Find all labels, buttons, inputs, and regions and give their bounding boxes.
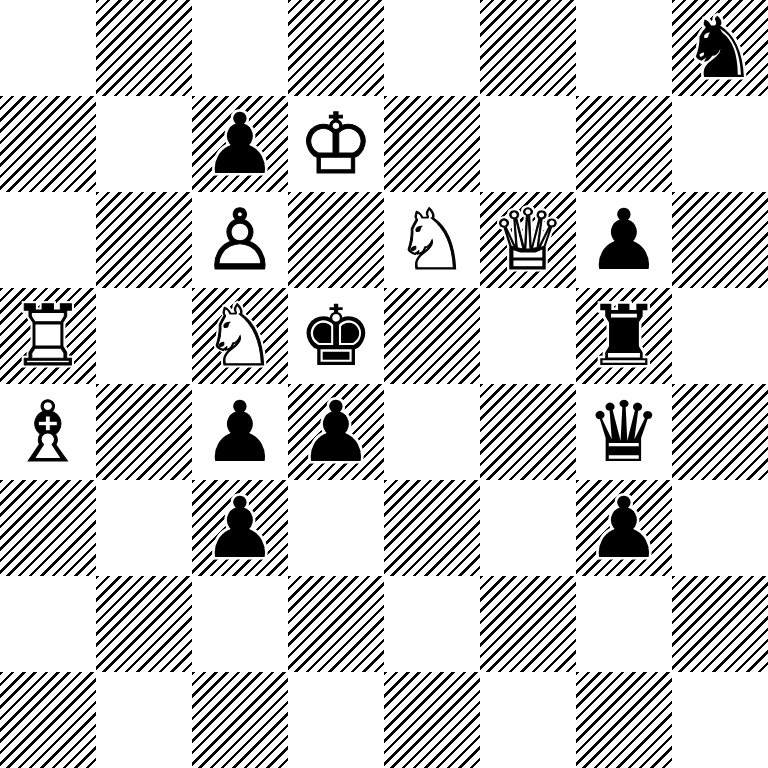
black-rook-icon: ♜ [576, 288, 672, 384]
square-h2[interactable] [672, 576, 768, 672]
white-pawn-icon: ♙ [192, 192, 288, 288]
square-a4[interactable]: ♝♗ [0, 384, 96, 480]
square-a2[interactable] [0, 576, 96, 672]
piece-black-pawn[interactable]: ♟♟ [192, 384, 288, 480]
black-pawn-icon: ♟ [288, 384, 384, 480]
square-e7[interactable] [384, 96, 480, 192]
square-g4[interactable]: ♛♛ [576, 384, 672, 480]
square-d1[interactable] [288, 672, 384, 768]
piece-black-pawn[interactable]: ♟♟ [192, 480, 288, 576]
square-f6[interactable]: ♛♕ [480, 192, 576, 288]
white-knight-icon: ♘ [192, 288, 288, 384]
square-f3[interactable] [480, 480, 576, 576]
square-h8[interactable]: ♞♞ [672, 0, 768, 96]
square-d4[interactable]: ♟♟ [288, 384, 384, 480]
chess-board: ♞♞♟♟♚♔♟♙♞♘♛♕♟♟♜♖♞♘♚♚♜♜♝♗♟♟♟♟♛♛♟♟♟♟ [0, 0, 768, 768]
square-d7[interactable]: ♚♔ [288, 96, 384, 192]
square-a7[interactable] [0, 96, 96, 192]
square-e3[interactable] [384, 480, 480, 576]
piece-white-queen[interactable]: ♛♕ [480, 192, 576, 288]
piece-black-pawn[interactable]: ♟♟ [576, 192, 672, 288]
square-e5[interactable] [384, 288, 480, 384]
square-d5[interactable]: ♚♚ [288, 288, 384, 384]
white-bishop-icon: ♗ [0, 384, 96, 480]
piece-white-rook[interactable]: ♜♖ [0, 288, 96, 384]
square-b2[interactable] [96, 576, 192, 672]
square-b3[interactable] [96, 480, 192, 576]
square-g1[interactable] [576, 672, 672, 768]
square-b5[interactable] [96, 288, 192, 384]
square-g6[interactable]: ♟♟ [576, 192, 672, 288]
square-f4[interactable] [480, 384, 576, 480]
square-f8[interactable] [480, 0, 576, 96]
square-b1[interactable] [96, 672, 192, 768]
square-c1[interactable] [192, 672, 288, 768]
square-d3[interactable] [288, 480, 384, 576]
piece-black-rook[interactable]: ♜♜ [576, 288, 672, 384]
square-a1[interactable] [0, 672, 96, 768]
piece-white-bishop[interactable]: ♝♗ [0, 384, 96, 480]
piece-white-pawn[interactable]: ♟♙ [192, 192, 288, 288]
piece-black-knight[interactable]: ♞♞ [672, 0, 768, 96]
square-f2[interactable] [480, 576, 576, 672]
white-king-icon: ♔ [288, 96, 384, 192]
square-f7[interactable] [480, 96, 576, 192]
square-c2[interactable] [192, 576, 288, 672]
white-queen-icon: ♕ [480, 192, 576, 288]
piece-black-queen[interactable]: ♛♛ [576, 384, 672, 480]
square-e4[interactable] [384, 384, 480, 480]
square-b6[interactable] [96, 192, 192, 288]
square-g7[interactable] [576, 96, 672, 192]
square-a5[interactable]: ♜♖ [0, 288, 96, 384]
white-rook-icon: ♖ [0, 288, 96, 384]
square-e2[interactable] [384, 576, 480, 672]
square-h1[interactable] [672, 672, 768, 768]
black-queen-icon: ♛ [576, 384, 672, 480]
square-b8[interactable] [96, 0, 192, 96]
square-h4[interactable] [672, 384, 768, 480]
square-h7[interactable] [672, 96, 768, 192]
piece-white-king[interactable]: ♚♔ [288, 96, 384, 192]
square-e1[interactable] [384, 672, 480, 768]
square-d6[interactable] [288, 192, 384, 288]
white-knight-icon: ♘ [384, 192, 480, 288]
square-e8[interactable] [384, 0, 480, 96]
piece-black-king[interactable]: ♚♚ [288, 288, 384, 384]
square-g2[interactable] [576, 576, 672, 672]
square-e6[interactable]: ♞♘ [384, 192, 480, 288]
piece-white-knight[interactable]: ♞♘ [192, 288, 288, 384]
square-b7[interactable] [96, 96, 192, 192]
black-knight-icon: ♞ [672, 0, 768, 96]
square-a3[interactable] [0, 480, 96, 576]
piece-black-pawn[interactable]: ♟♟ [192, 96, 288, 192]
square-b4[interactable] [96, 384, 192, 480]
black-pawn-icon: ♟ [192, 480, 288, 576]
square-c7[interactable]: ♟♟ [192, 96, 288, 192]
square-d2[interactable] [288, 576, 384, 672]
square-h5[interactable] [672, 288, 768, 384]
square-g8[interactable] [576, 0, 672, 96]
square-g3[interactable]: ♟♟ [576, 480, 672, 576]
black-pawn-icon: ♟ [576, 192, 672, 288]
square-c5[interactable]: ♞♘ [192, 288, 288, 384]
piece-black-pawn[interactable]: ♟♟ [576, 480, 672, 576]
black-pawn-icon: ♟ [192, 384, 288, 480]
square-c8[interactable] [192, 0, 288, 96]
square-c3[interactable]: ♟♟ [192, 480, 288, 576]
black-pawn-icon: ♟ [192, 96, 288, 192]
square-h3[interactable] [672, 480, 768, 576]
square-f5[interactable] [480, 288, 576, 384]
square-a8[interactable] [0, 0, 96, 96]
square-h6[interactable] [672, 192, 768, 288]
square-a6[interactable] [0, 192, 96, 288]
piece-white-knight[interactable]: ♞♘ [384, 192, 480, 288]
square-f1[interactable] [480, 672, 576, 768]
square-c4[interactable]: ♟♟ [192, 384, 288, 480]
black-pawn-icon: ♟ [576, 480, 672, 576]
piece-black-pawn[interactable]: ♟♟ [288, 384, 384, 480]
square-g5[interactable]: ♜♜ [576, 288, 672, 384]
square-d8[interactable] [288, 0, 384, 96]
black-king-icon: ♚ [288, 288, 384, 384]
square-c6[interactable]: ♟♙ [192, 192, 288, 288]
